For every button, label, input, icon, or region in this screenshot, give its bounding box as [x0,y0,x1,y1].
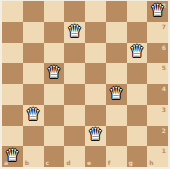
square-f4[interactable]: ♛ [106,84,127,105]
square-h2[interactable]: 2 [147,126,168,147]
square-a6[interactable] [2,43,23,64]
file-label-b: b [25,160,29,166]
rank-label-2: 2 [162,128,166,134]
square-g5[interactable] [127,63,148,84]
white-queen[interactable]: ♛ [67,23,82,40]
square-b4[interactable] [23,84,44,105]
square-f1[interactable]: f [106,146,127,167]
square-e4[interactable] [85,84,106,105]
square-e3[interactable] [85,105,106,126]
square-b7[interactable] [23,22,44,43]
white-queen[interactable]: ♛ [129,43,144,60]
square-a2[interactable] [2,126,23,147]
square-c1[interactable]: c [44,146,65,167]
square-e6[interactable] [85,43,106,64]
square-a5[interactable] [2,63,23,84]
file-label-h: h [149,160,153,166]
white-queen[interactable]: ♛ [46,64,61,81]
square-a3[interactable] [2,105,23,126]
square-g6[interactable]: ♛ [127,43,148,64]
square-g1[interactable]: g [127,146,148,167]
file-label-f: f [108,160,111,166]
square-f5[interactable] [106,63,127,84]
square-a7[interactable] [2,22,23,43]
chess-board: 8♛♛7♛6♛5♛4♛3♛2a♛bcdefg1h [2,1,168,167]
square-b6[interactable] [23,43,44,64]
square-c8[interactable] [44,1,65,22]
white-queen[interactable]: ♛ [150,2,165,19]
square-d4[interactable] [64,84,85,105]
square-c6[interactable] [44,43,65,64]
square-d1[interactable]: d [64,146,85,167]
white-queen[interactable]: ♛ [26,106,41,123]
square-f6[interactable] [106,43,127,64]
square-d2[interactable] [64,126,85,147]
white-queen[interactable]: ♛ [88,126,103,143]
rank-label-5: 5 [162,65,166,71]
square-f7[interactable] [106,22,127,43]
square-d5[interactable] [64,63,85,84]
square-a4[interactable] [2,84,23,105]
square-h7[interactable]: 7 [147,22,168,43]
square-g3[interactable] [127,105,148,126]
square-b1[interactable]: b [23,146,44,167]
rank-label-3: 3 [162,107,166,113]
square-c4[interactable] [44,84,65,105]
square-h6[interactable]: 6 [147,43,168,64]
white-queen[interactable]: ♛ [109,85,124,102]
file-label-c: c [46,160,50,166]
chess-app-window: 8♛♛7♛6♛5♛4♛3♛2a♛bcdefg1h [0,0,170,169]
file-label-g: g [129,160,133,166]
white-queen[interactable]: ♛ [5,147,20,164]
square-h1[interactable]: 1h [147,146,168,167]
square-f3[interactable] [106,105,127,126]
square-e8[interactable] [85,1,106,22]
square-d3[interactable] [64,105,85,126]
square-b2[interactable] [23,126,44,147]
square-f2[interactable] [106,126,127,147]
square-c5[interactable]: ♛ [44,63,65,84]
rank-label-1: 1 [162,148,166,154]
square-e2[interactable]: ♛ [85,126,106,147]
square-c3[interactable] [44,105,65,126]
rank-label-7: 7 [162,24,166,30]
square-d6[interactable] [64,43,85,64]
square-d8[interactable] [64,1,85,22]
square-d7[interactable]: ♛ [64,22,85,43]
square-b8[interactable] [23,1,44,22]
square-h3[interactable]: 3 [147,105,168,126]
square-b3[interactable]: ♛ [23,105,44,126]
square-h5[interactable]: 5 [147,63,168,84]
square-g4[interactable] [127,84,148,105]
square-e7[interactable] [85,22,106,43]
rank-label-6: 6 [162,45,166,51]
square-h4[interactable]: 4 [147,84,168,105]
square-e1[interactable]: e [85,146,106,167]
square-a8[interactable] [2,1,23,22]
square-g8[interactable] [127,1,148,22]
file-label-e: e [87,160,91,166]
square-f8[interactable] [106,1,127,22]
square-e5[interactable] [85,63,106,84]
square-h8[interactable]: 8♛ [147,1,168,22]
square-g7[interactable] [127,22,148,43]
square-c2[interactable] [44,126,65,147]
square-b5[interactable] [23,63,44,84]
square-a1[interactable]: a♛ [2,146,23,167]
square-c7[interactable] [44,22,65,43]
square-g2[interactable] [127,126,148,147]
rank-label-4: 4 [162,86,166,92]
file-label-d: d [66,160,70,166]
